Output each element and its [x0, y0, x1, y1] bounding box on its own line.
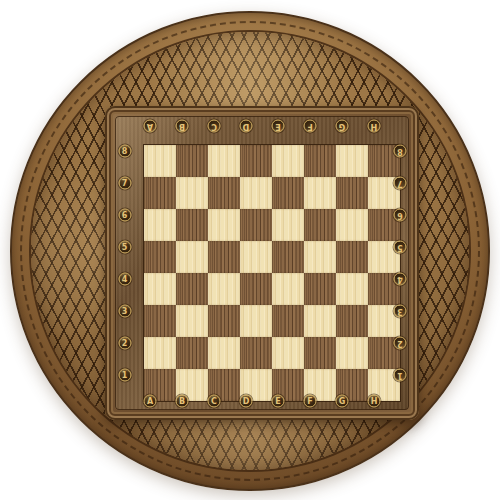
- coordinate-band: AABBCCDDEEFFGGHH8877665544332211: [115, 116, 409, 410]
- square-e6: [272, 209, 304, 241]
- square-c5: [208, 241, 240, 273]
- square-f7: [304, 177, 336, 209]
- square-f2: [304, 337, 336, 369]
- square-b2: [176, 337, 208, 369]
- rank-label-right-6: 6: [393, 209, 406, 222]
- square-d6: [240, 209, 272, 241]
- square-c6: [208, 209, 240, 241]
- square-g2: [336, 337, 368, 369]
- file-label-bottom-a: A: [144, 394, 157, 407]
- file-label-top-h: H: [368, 119, 381, 132]
- square-f6: [304, 209, 336, 241]
- square-a8: [144, 145, 176, 177]
- file-label-bottom-f: F: [304, 394, 317, 407]
- rank-label-left-5: 5: [118, 241, 131, 254]
- rank-label-right-4: 4: [393, 273, 406, 286]
- square-b3: [176, 305, 208, 337]
- square-e4: [272, 273, 304, 305]
- square-b5: [176, 241, 208, 273]
- square-a7: [144, 177, 176, 209]
- file-label-top-c: C: [208, 119, 221, 132]
- square-d2: [240, 337, 272, 369]
- rank-label-left-1: 1: [118, 369, 131, 382]
- square-g3: [336, 305, 368, 337]
- square-a2: [144, 337, 176, 369]
- chessboard-squares: [144, 145, 400, 401]
- rank-label-left-3: 3: [118, 305, 131, 318]
- rank-label-left-8: 8: [118, 145, 131, 158]
- carved-round-board-disc: AABBCCDDEEFFGGHH8877665544332211: [10, 11, 490, 491]
- file-label-bottom-c: C: [208, 394, 221, 407]
- square-d7: [240, 177, 272, 209]
- square-a5: [144, 241, 176, 273]
- square-f5: [304, 241, 336, 273]
- square-f4: [304, 273, 336, 305]
- square-g6: [336, 209, 368, 241]
- square-c8: [208, 145, 240, 177]
- file-label-bottom-h: H: [368, 394, 381, 407]
- square-c3: [208, 305, 240, 337]
- square-d3: [240, 305, 272, 337]
- square-a3: [144, 305, 176, 337]
- square-c4: [208, 273, 240, 305]
- rank-label-left-2: 2: [118, 337, 131, 350]
- square-g5: [336, 241, 368, 273]
- file-label-top-g: G: [336, 119, 349, 132]
- square-e7: [272, 177, 304, 209]
- rank-label-right-7: 7: [393, 177, 406, 190]
- square-g8: [336, 145, 368, 177]
- rank-label-left-7: 7: [118, 177, 131, 190]
- file-label-bottom-e: E: [272, 394, 285, 407]
- file-label-top-f: F: [304, 119, 317, 132]
- square-d8: [240, 145, 272, 177]
- square-a4: [144, 273, 176, 305]
- file-label-top-e: E: [272, 119, 285, 132]
- product-photo: AABBCCDDEEFFGGHH8877665544332211: [0, 0, 500, 500]
- rank-label-right-5: 5: [393, 241, 406, 254]
- square-e5: [272, 241, 304, 273]
- square-a6: [144, 209, 176, 241]
- square-b7: [176, 177, 208, 209]
- square-c7: [208, 177, 240, 209]
- chessboard-frame: AABBCCDDEEFFGGHH8877665544332211: [105, 106, 419, 420]
- square-c2: [208, 337, 240, 369]
- square-g7: [336, 177, 368, 209]
- square-b8: [176, 145, 208, 177]
- rank-label-right-8: 8: [393, 145, 406, 158]
- square-d4: [240, 273, 272, 305]
- rank-label-right-2: 2: [393, 337, 406, 350]
- square-f3: [304, 305, 336, 337]
- square-d5: [240, 241, 272, 273]
- rank-label-left-4: 4: [118, 273, 131, 286]
- square-e8: [272, 145, 304, 177]
- square-e2: [272, 337, 304, 369]
- file-label-bottom-d: D: [240, 394, 253, 407]
- rank-label-left-6: 6: [118, 209, 131, 222]
- file-label-top-d: D: [240, 119, 253, 132]
- file-label-top-a: A: [144, 119, 157, 132]
- file-label-bottom-g: G: [336, 394, 349, 407]
- square-f8: [304, 145, 336, 177]
- square-g4: [336, 273, 368, 305]
- rank-label-right-3: 3: [393, 305, 406, 318]
- square-b6: [176, 209, 208, 241]
- rank-label-right-1: 1: [393, 369, 406, 382]
- square-b4: [176, 273, 208, 305]
- file-label-top-b: B: [176, 119, 189, 132]
- file-label-bottom-b: B: [176, 394, 189, 407]
- square-e3: [272, 305, 304, 337]
